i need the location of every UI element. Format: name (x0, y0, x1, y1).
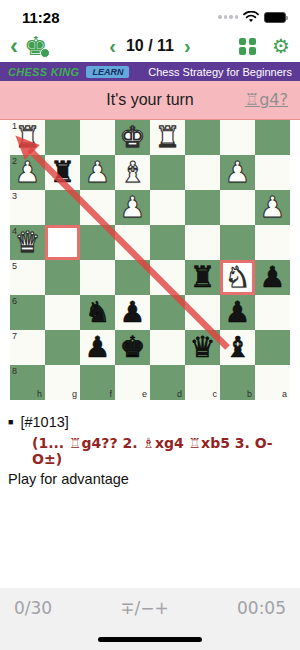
square-b6[interactable]: ♟ (220, 295, 255, 330)
square-d6[interactable] (150, 295, 185, 330)
square-h7[interactable]: 7 (10, 330, 45, 365)
white-p-piece-f2[interactable]: ♟ (85, 155, 111, 190)
file-label-f: f (109, 390, 112, 399)
back-button[interactable]: ‹ (10, 34, 18, 58)
file-label-h: h (37, 390, 42, 399)
file-label-c: c (213, 390, 218, 399)
black-n-piece-f6[interactable]: ♞ (85, 295, 111, 330)
white-p-piece-h2[interactable]: ♟ (15, 155, 41, 190)
square-a2[interactable] (255, 155, 290, 190)
brand-banner: CHESS KING LEARN Chess Strategy for Begi… (0, 62, 300, 81)
square-f8[interactable]: f (80, 365, 115, 400)
square-g2[interactable]: ♜ (45, 155, 80, 190)
square-h5[interactable]: 5 (10, 260, 45, 295)
board[interactable]: ♜1♚♜♟2♜♟♝♟3♟♟♛45♜♞♟6♞♟♟7♟♚♛♝8hgfedcba (10, 120, 290, 400)
square-f2[interactable]: ♟ (80, 155, 115, 190)
file-label-d: d (177, 390, 182, 399)
prev-puzzle-button[interactable]: ‹ (109, 36, 116, 56)
square-b3[interactable] (220, 190, 255, 225)
square-c8[interactable]: c (185, 365, 220, 400)
board-area: ♜1♚♜♟2♜♟♝♟3♟♟♛45♜♞♟6♞♟♟7♟♚♛♝8hgfedcba (0, 120, 300, 400)
square-e4[interactable] (115, 225, 150, 260)
square-e3[interactable]: ♟ (115, 190, 150, 225)
square-h4[interactable]: ♛4 (10, 225, 45, 260)
square-b1[interactable] (220, 120, 255, 155)
rank-label-6: 6 (12, 297, 17, 306)
square-f1[interactable] (80, 120, 115, 155)
learn-badge: LEARN (86, 66, 129, 78)
square-c6[interactable] (185, 295, 220, 330)
cellular-signal-icon (218, 15, 238, 19)
turn-bar: It's your turn ♖g4? (0, 81, 300, 120)
black-b-piece-b7[interactable]: ♝ (225, 330, 251, 365)
score-counter: 0/30 (14, 598, 52, 618)
square-g5[interactable] (45, 260, 80, 295)
square-d2[interactable] (150, 155, 185, 190)
file-label-g: g (72, 390, 77, 399)
black-q-piece-c7[interactable]: ♛ (190, 330, 216, 365)
nav-bar: ‹ ♚ ‹ 10 / 11 › ⚙ (0, 30, 300, 62)
puzzle-id: [#1013] (20, 414, 68, 430)
square-b8[interactable]: b (220, 365, 255, 400)
square-g6[interactable] (45, 295, 80, 330)
square-e2[interactable]: ♝ (115, 155, 150, 190)
brand-name: CHESS KING (8, 66, 79, 78)
white-r-piece-h1[interactable]: ♜ (15, 120, 41, 155)
square-e7[interactable]: ♚ (115, 330, 150, 365)
battery-icon (264, 12, 286, 23)
eval-symbols: ∓/−+ (120, 598, 168, 618)
white-r-piece-d1[interactable]: ♜ (155, 120, 181, 155)
square-e5[interactable] (115, 260, 150, 295)
square-g8[interactable]: g (45, 365, 80, 400)
status-bar: 11:28 (0, 0, 300, 30)
square-f5[interactable] (80, 260, 115, 295)
square-a4[interactable] (255, 225, 290, 260)
square-g4[interactable] (45, 225, 80, 260)
square-d8[interactable]: d (150, 365, 185, 400)
square-a5[interactable]: ♟ (255, 260, 290, 295)
square-f3[interactable] (80, 190, 115, 225)
white-b-piece-e2[interactable]: ♝ (120, 155, 146, 190)
rank-label-3: 3 (12, 192, 17, 201)
black-p-piece-a5[interactable]: ♟ (260, 260, 286, 295)
timer: 00:05 (237, 598, 286, 618)
black-p-piece-e6[interactable]: ♟ (120, 295, 146, 330)
square-b2[interactable]: ♟ (220, 155, 255, 190)
square-g1[interactable] (45, 120, 80, 155)
square-h1[interactable]: ♜1 (10, 120, 45, 155)
square-h2[interactable]: ♟2 (10, 155, 45, 190)
square-a1[interactable] (255, 120, 290, 155)
move-hint-link[interactable]: ♖g4? (245, 90, 288, 109)
file-label-e: e (142, 390, 147, 399)
square-g7[interactable] (45, 330, 80, 365)
square-d1[interactable]: ♜ (150, 120, 185, 155)
square-a7[interactable] (255, 330, 290, 365)
square-a6[interactable] (255, 295, 290, 330)
home-indicator[interactable] (98, 637, 202, 642)
turn-message: It's your turn (106, 91, 194, 109)
white-k-piece-e1[interactable]: ♚ (120, 120, 146, 155)
square-f7[interactable]: ♟ (80, 330, 115, 365)
annotation: ■ [#1013] (1... ♖g4?? 2. ♗xg4 ♖xb5 3. O-… (0, 400, 300, 487)
clock: 11:28 (22, 9, 60, 26)
square-g3[interactable] (45, 190, 80, 225)
square-c5[interactable]: ♜ (185, 260, 220, 295)
square-f6[interactable]: ♞ (80, 295, 115, 330)
bullet-icon: ■ (8, 418, 13, 427)
settings-gear-button[interactable]: ⚙ (272, 36, 290, 56)
white-n-piece-b5[interactable]: ♞ (225, 260, 251, 295)
square-h8[interactable]: 8h (10, 365, 45, 400)
goal-text: Play for advantage (8, 471, 292, 487)
next-puzzle-button[interactable]: › (184, 36, 191, 56)
square-d4[interactable] (150, 225, 185, 260)
wifi-icon (243, 11, 259, 23)
rank-label-1: 1 (12, 122, 17, 131)
rank-label-2: 2 (12, 157, 17, 166)
chess-king-logo-icon[interactable]: ♚ (24, 33, 47, 59)
square-h6[interactable]: 6 (10, 295, 45, 330)
square-e6[interactable]: ♟ (115, 295, 150, 330)
file-label-a: a (282, 390, 287, 399)
square-e8[interactable]: e (115, 365, 150, 400)
square-b7[interactable]: ♝ (220, 330, 255, 365)
square-h3[interactable]: 3 (10, 190, 45, 225)
file-label-b: b (247, 390, 252, 399)
square-a3[interactable]: ♟ (255, 190, 290, 225)
square-c1[interactable] (185, 120, 220, 155)
square-e1[interactable]: ♚ (115, 120, 150, 155)
square-b4[interactable] (220, 225, 255, 260)
square-c2[interactable] (185, 155, 220, 190)
square-d7[interactable] (150, 330, 185, 365)
white-p-piece-e3[interactable]: ♟ (120, 190, 146, 225)
rank-label-4: 4 (12, 227, 17, 236)
rank-label-5: 5 (12, 262, 17, 271)
white-q-piece-h4[interactable]: ♛ (15, 225, 41, 260)
puzzle-counter: 10 / 11 (126, 37, 174, 55)
square-c3[interactable] (185, 190, 220, 225)
square-c4[interactable] (185, 225, 220, 260)
black-r-piece-g2[interactable]: ♜ (50, 155, 76, 190)
bottom-bar: 0/30 ∓/−+ 00:05 (0, 588, 300, 650)
black-p-piece-f7[interactable]: ♟ (85, 330, 111, 365)
square-f4[interactable] (80, 225, 115, 260)
white-p-piece-b2[interactable]: ♟ (225, 155, 251, 190)
white-p-piece-a3[interactable]: ♟ (260, 190, 286, 225)
course-title: Chess Strategy for Beginners (148, 66, 292, 78)
rank-label-7: 7 (12, 332, 17, 341)
square-b5[interactable]: ♞ (220, 260, 255, 295)
rank-label-8: 8 (12, 367, 17, 376)
variation-line: (1... ♖g4?? 2. ♗xg4 ♖xb5 3. O-O±) (32, 435, 292, 467)
square-c7[interactable]: ♛ (185, 330, 220, 365)
square-a8[interactable]: a (255, 365, 290, 400)
puzzle-grid-button[interactable] (239, 38, 256, 55)
square-d5[interactable] (150, 260, 185, 295)
square-d3[interactable] (150, 190, 185, 225)
black-k-piece-e7[interactable]: ♚ (120, 330, 146, 365)
black-r-piece-c5[interactable]: ♜ (190, 260, 216, 295)
black-p-piece-b6[interactable]: ♟ (225, 295, 251, 330)
